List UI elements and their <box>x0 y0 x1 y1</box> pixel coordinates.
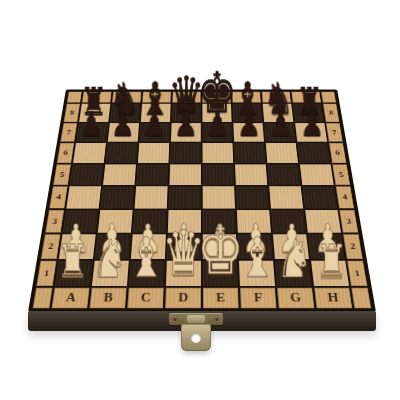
square-h1[interactable]: ♜ <box>311 260 349 286</box>
square-d6[interactable] <box>170 143 201 163</box>
clasp-screw-right <box>215 317 219 321</box>
square-a4[interactable] <box>66 186 101 208</box>
file-label-bottom-c: C <box>127 288 164 309</box>
file-label-bottom-b: B <box>89 288 126 309</box>
square-g6[interactable] <box>266 143 298 163</box>
rank-label-left-6: 6 <box>57 143 74 163</box>
rank-label-left-4: 4 <box>49 186 68 208</box>
file-label-bottom-d: D <box>165 288 201 309</box>
square-b4[interactable] <box>100 186 134 208</box>
file-label-bottom-h: H <box>314 288 352 309</box>
square-d4[interactable] <box>169 186 201 208</box>
clasp-keep <box>187 315 205 323</box>
square-c4[interactable] <box>135 186 168 208</box>
rank-label-right-4: 4 <box>336 186 355 208</box>
photo-stage: Wooden folding chess set, standard start… <box>0 0 400 400</box>
piece-black-pawn[interactable]: ♟ <box>291 107 334 141</box>
square-c5[interactable] <box>136 164 168 185</box>
board-grid: ABCDEFGH8♜♞♝♛♚♝♞♜87♟♟♟♟♟♟♟♟7665544332♟♟♟… <box>28 90 376 312</box>
file-label-bottom-a: A <box>52 288 90 309</box>
chessboard: ABCDEFGH8♜♞♝♛♚♝♞♜87♟♟♟♟♟♟♟♟7665544332♟♟♟… <box>28 90 376 312</box>
square-b5[interactable] <box>103 164 136 185</box>
square-f6[interactable] <box>234 143 265 163</box>
square-h7[interactable]: ♟ <box>295 123 327 142</box>
square-c6[interactable] <box>138 143 169 163</box>
file-label-bottom-e: E <box>203 288 239 309</box>
square-h6[interactable] <box>297 143 330 163</box>
square-h5[interactable] <box>300 164 334 185</box>
rank-label-right-5: 5 <box>332 164 350 185</box>
square-f5[interactable] <box>235 164 267 185</box>
rank-label-right-6: 6 <box>329 143 347 163</box>
square-d5[interactable] <box>169 164 200 185</box>
rank-label-left-5: 5 <box>53 164 71 185</box>
piece-white-rook[interactable]: ♜ <box>306 239 357 285</box>
file-label-bottom-g: G <box>277 288 314 309</box>
clasp <box>169 313 223 351</box>
clasp-hole <box>191 333 201 343</box>
square-g5[interactable] <box>267 164 300 185</box>
square-f4[interactable] <box>236 186 269 208</box>
square-e5[interactable] <box>203 164 235 185</box>
square-e6[interactable] <box>202 143 233 163</box>
clasp-tab <box>181 324 211 351</box>
square-g4[interactable] <box>269 186 303 208</box>
corner-bottom-right <box>351 288 371 309</box>
square-h4[interactable] <box>302 186 337 208</box>
corner-bottom-left <box>33 288 53 309</box>
square-b6[interactable] <box>105 143 137 163</box>
square-e4[interactable] <box>203 186 235 208</box>
square-a6[interactable] <box>73 143 106 163</box>
file-label-bottom-f: F <box>240 288 277 309</box>
clasp-screw-left <box>173 317 177 321</box>
square-a5[interactable] <box>70 164 104 185</box>
